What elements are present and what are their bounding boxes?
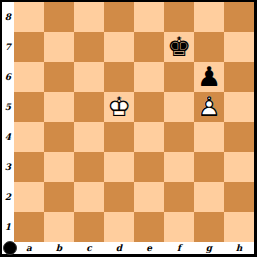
black-king-glyph: ♚ (164, 32, 194, 62)
square-g8[interactable] (194, 2, 224, 32)
square-h3[interactable] (224, 152, 254, 182)
square-b6[interactable] (44, 62, 74, 92)
square-f4[interactable] (164, 122, 194, 152)
chess-diagram: 87♚6♟5♚♔♟♙4321abcdefgh (0, 0, 257, 257)
square-g3[interactable] (194, 152, 224, 182)
square-f8[interactable] (164, 2, 194, 32)
square-f6[interactable] (164, 62, 194, 92)
black-pawn-glyph: ♟ (194, 62, 224, 92)
square-g4[interactable] (194, 122, 224, 152)
board-inner: 87♚6♟5♚♔♟♙4321abcdefgh (2, 2, 254, 254)
file-label: d (116, 244, 122, 253)
square-g5[interactable]: ♟♙ (194, 92, 224, 122)
square-a6[interactable] (14, 62, 44, 92)
square-c5[interactable] (74, 92, 104, 122)
file-label: h (236, 244, 243, 253)
square-b2[interactable] (44, 182, 74, 212)
square-b7[interactable] (44, 32, 74, 62)
square-c4[interactable] (74, 122, 104, 152)
file-label: e (146, 244, 152, 253)
square-a2[interactable] (14, 182, 44, 212)
square-e3[interactable] (134, 152, 164, 182)
chess-board: 87♚6♟5♚♔♟♙4321abcdefgh (2, 2, 254, 254)
square-e4[interactable] (134, 122, 164, 152)
square-g1[interactable] (194, 212, 224, 242)
square-d5[interactable]: ♚♔ (104, 92, 134, 122)
square-c8[interactable] (74, 2, 104, 32)
rank-label: 5 (5, 103, 11, 112)
square-c6[interactable] (74, 62, 104, 92)
file-label: b (56, 244, 62, 253)
square-h6[interactable] (224, 62, 254, 92)
square-g7[interactable] (194, 32, 224, 62)
square-b3[interactable] (44, 152, 74, 182)
black-pawn[interactable]: ♟ (194, 62, 224, 92)
square-e5[interactable] (134, 92, 164, 122)
square-e7[interactable] (134, 32, 164, 62)
square-h4[interactable] (224, 122, 254, 152)
file-label-cell-e: e (134, 242, 164, 254)
rank-label-cell-5: 5 (2, 92, 14, 122)
rank-label-cell-6: 6 (2, 62, 14, 92)
square-g6[interactable]: ♟ (194, 62, 224, 92)
file-label: f (177, 244, 181, 253)
file-label-cell-g: g (194, 242, 224, 254)
file-label-cell-h: h (224, 242, 254, 254)
file-label-cell-d: d (104, 242, 134, 254)
rank-label: 8 (5, 13, 11, 22)
square-c1[interactable] (74, 212, 104, 242)
square-g2[interactable] (194, 182, 224, 212)
square-d1[interactable] (104, 212, 134, 242)
square-e8[interactable] (134, 2, 164, 32)
black-king[interactable]: ♚ (164, 32, 194, 62)
file-label: c (86, 244, 91, 253)
file-label-cell-b: b (44, 242, 74, 254)
square-c2[interactable] (74, 182, 104, 212)
square-f1[interactable] (164, 212, 194, 242)
white-pawn[interactable]: ♟♙ (194, 92, 224, 122)
square-a3[interactable] (14, 152, 44, 182)
rank-label: 2 (5, 193, 11, 202)
square-f7[interactable]: ♚ (164, 32, 194, 62)
file-label-cell-a: a (14, 242, 44, 254)
black-to-move-indicator (3, 241, 17, 255)
square-b5[interactable] (44, 92, 74, 122)
square-h8[interactable] (224, 2, 254, 32)
white-king-glyph: ♔ (104, 92, 134, 122)
square-a7[interactable] (14, 32, 44, 62)
square-d7[interactable] (104, 32, 134, 62)
white-king[interactable]: ♚♔ (104, 92, 134, 122)
square-f5[interactable] (164, 92, 194, 122)
square-h7[interactable] (224, 32, 254, 62)
square-a8[interactable] (14, 2, 44, 32)
file-label-cell-c: c (74, 242, 104, 254)
rank-label: 3 (5, 163, 11, 172)
white-pawn-glyph: ♙ (194, 92, 224, 122)
square-d3[interactable] (104, 152, 134, 182)
square-d8[interactable] (104, 2, 134, 32)
rank-label-cell-4: 4 (2, 122, 14, 152)
file-label: a (26, 244, 32, 253)
file-label: g (206, 244, 212, 253)
to-move-corner (2, 242, 14, 254)
square-b1[interactable] (44, 212, 74, 242)
square-a4[interactable] (14, 122, 44, 152)
square-a1[interactable] (14, 212, 44, 242)
rank-label: 4 (5, 133, 11, 142)
square-h5[interactable] (224, 92, 254, 122)
rank-label-cell-2: 2 (2, 182, 14, 212)
square-e6[interactable] (134, 62, 164, 92)
rank-label-cell-8: 8 (2, 2, 14, 32)
rank-label-cell-1: 1 (2, 212, 14, 242)
rank-label: 6 (5, 73, 11, 82)
square-d2[interactable] (104, 182, 134, 212)
file-label-cell-f: f (164, 242, 194, 254)
square-e2[interactable] (134, 182, 164, 212)
square-d4[interactable] (104, 122, 134, 152)
rank-label-cell-3: 3 (2, 152, 14, 182)
square-f2[interactable] (164, 182, 194, 212)
square-h1[interactable] (224, 212, 254, 242)
rank-label-cell-7: 7 (2, 32, 14, 62)
rank-label: 7 (5, 43, 11, 52)
square-e1[interactable] (134, 212, 164, 242)
square-b4[interactable] (44, 122, 74, 152)
square-c7[interactable] (74, 32, 104, 62)
square-h2[interactable] (224, 182, 254, 212)
square-f3[interactable] (164, 152, 194, 182)
square-c3[interactable] (74, 152, 104, 182)
square-a5[interactable] (14, 92, 44, 122)
square-d6[interactable] (104, 62, 134, 92)
rank-label: 1 (5, 223, 11, 232)
square-b8[interactable] (44, 2, 74, 32)
